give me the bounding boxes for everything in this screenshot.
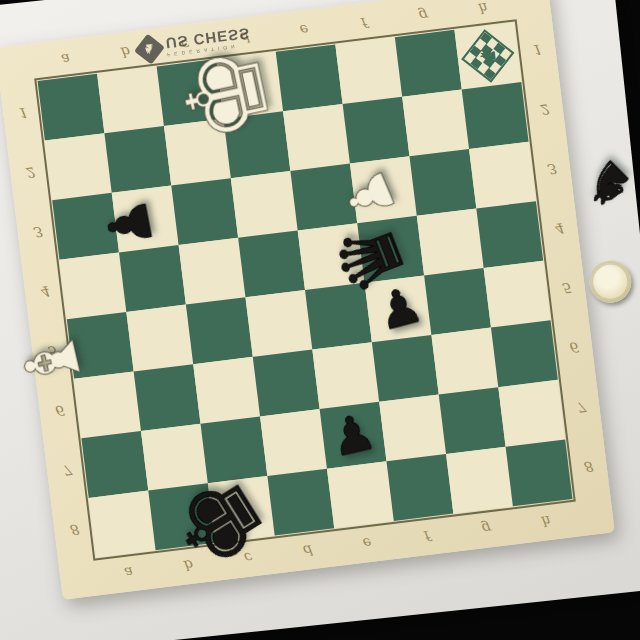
rank-label-right-3: 3 — [546, 162, 557, 177]
square-g3[interactable] — [409, 149, 476, 216]
square-a4[interactable] — [59, 252, 126, 319]
square-a8[interactable] — [89, 491, 156, 558]
square-a7[interactable] — [81, 431, 148, 498]
rank-label-right-5: 5 — [560, 281, 571, 296]
square-g8[interactable] — [446, 447, 513, 514]
photo-background: ♞ FEDERATION US CHESS ♞aabbccddeeffgghh1… — [0, 0, 640, 640]
square-h3[interactable] — [469, 142, 536, 209]
square-c6[interactable] — [193, 357, 260, 424]
rank-label-left-7: 7 — [61, 463, 72, 478]
square-b7[interactable] — [141, 424, 208, 491]
square-f2[interactable] — [343, 97, 410, 164]
square-f7[interactable] — [379, 394, 446, 461]
rank-label-left-8: 8 — [68, 523, 79, 538]
square-d6[interactable] — [253, 350, 320, 417]
rank-label-right-8: 8 — [582, 459, 593, 474]
square-h8[interactable] — [506, 439, 573, 506]
square-e8[interactable] — [327, 461, 394, 528]
rank-label-left-2: 2 — [24, 165, 35, 180]
square-g5[interactable] — [424, 268, 491, 335]
rank-label-right-6: 6 — [568, 340, 579, 355]
square-h6[interactable] — [491, 320, 558, 387]
square-a1[interactable] — [38, 74, 105, 141]
square-h7[interactable] — [498, 380, 565, 447]
rank-label-left-1: 1 — [17, 106, 28, 121]
square-f8[interactable] — [386, 454, 453, 521]
file-label-bottom-g: g — [480, 521, 491, 536]
square-g2[interactable] — [402, 89, 469, 156]
square-b1[interactable] — [97, 66, 164, 133]
square-h5[interactable] — [484, 261, 551, 328]
rank-label-right-2: 2 — [539, 102, 550, 117]
square-e6[interactable] — [312, 342, 379, 409]
square-d7[interactable] — [260, 409, 327, 476]
square-g1[interactable] — [395, 30, 462, 97]
rank-label-left-4: 4 — [39, 284, 50, 299]
square-b4[interactable] — [119, 245, 186, 312]
file-label-bottom-d: d — [301, 543, 312, 558]
file-label-bottom-f: f — [422, 529, 429, 544]
square-a2[interactable] — [45, 133, 112, 200]
file-label-top-a: a — [60, 52, 70, 67]
rank-label-right-1: 1 — [531, 43, 542, 58]
file-label-top-f: f — [359, 16, 366, 31]
rank-label-right-7: 7 — [575, 400, 586, 415]
square-b6[interactable] — [134, 364, 201, 431]
square-b2[interactable] — [104, 126, 171, 193]
square-c3[interactable] — [171, 178, 238, 245]
square-h4[interactable] — [476, 201, 543, 268]
file-label-bottom-e: e — [361, 536, 371, 551]
square-f1[interactable] — [335, 37, 402, 104]
square-b5[interactable] — [126, 305, 193, 372]
chess-board: ♞ FEDERATION US CHESS ♞aabbccddeeffgghh1… — [0, 0, 615, 600]
file-label-top-b: b — [119, 45, 130, 60]
square-c4[interactable] — [179, 238, 246, 305]
square-d3[interactable] — [231, 171, 298, 238]
square-g6[interactable] — [431, 328, 498, 395]
square-f6[interactable] — [372, 335, 439, 402]
square-g4[interactable] — [417, 209, 484, 276]
square-d5[interactable] — [245, 290, 312, 357]
black-pawn-fallen-b3[interactable]: ♟ — [97, 194, 162, 254]
file-label-bottom-h: h — [540, 514, 551, 529]
rank-label-left-6: 6 — [54, 403, 65, 418]
square-d4[interactable] — [238, 230, 305, 297]
rank-label-left-3: 3 — [32, 225, 43, 240]
rank-label-right-4: 4 — [553, 221, 564, 236]
file-label-top-g: g — [417, 8, 428, 23]
board-grid — [38, 23, 573, 558]
file-label-bottom-a: a — [123, 565, 133, 580]
square-g7[interactable] — [439, 387, 506, 454]
file-label-top-h: h — [477, 1, 488, 16]
square-h2[interactable] — [462, 82, 529, 149]
square-c5[interactable] — [186, 297, 253, 364]
